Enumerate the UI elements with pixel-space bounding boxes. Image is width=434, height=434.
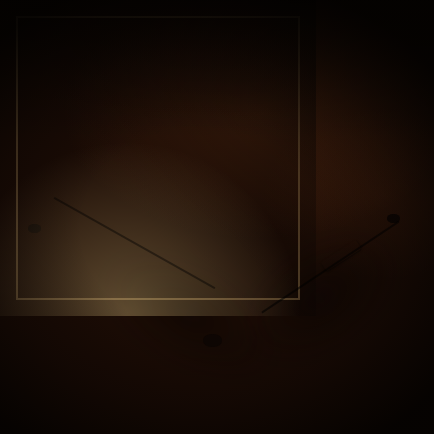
scene bbox=[0, 0, 434, 434]
box-foot bbox=[203, 334, 222, 347]
chess-board bbox=[0, 0, 316, 316]
